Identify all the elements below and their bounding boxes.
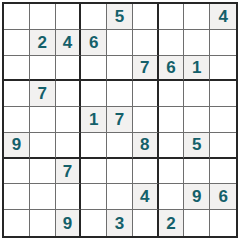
cell-r4c1[interactable] <box>4 81 30 107</box>
cell-r1c4[interactable] <box>81 4 107 30</box>
cell-r9c7[interactable]: 2 <box>159 210 185 236</box>
cell-r7c5[interactable] <box>107 159 133 185</box>
cell-r1c9[interactable]: 4 <box>210 4 236 30</box>
cell-r4c9[interactable] <box>210 81 236 107</box>
cell-r1c7[interactable] <box>159 4 185 30</box>
cell-r9c2[interactable] <box>30 210 56 236</box>
cell-r6c6[interactable]: 8 <box>133 133 159 159</box>
cell-r3c2[interactable] <box>30 56 56 82</box>
cell-r8c4[interactable] <box>81 184 107 210</box>
cell-r9c6[interactable] <box>133 210 159 236</box>
cell-r6c8[interactable]: 5 <box>184 133 210 159</box>
cell-r8c2[interactable] <box>30 184 56 210</box>
cell-r1c8[interactable] <box>184 4 210 30</box>
cell-r3c9[interactable] <box>210 56 236 82</box>
cell-r3c8[interactable]: 1 <box>184 56 210 82</box>
cell-r5c8[interactable] <box>184 107 210 133</box>
cell-r2c8[interactable] <box>184 30 210 56</box>
cell-r3c6[interactable]: 7 <box>133 56 159 82</box>
cell-r5c7[interactable] <box>159 107 185 133</box>
cell-r4c5[interactable] <box>107 81 133 107</box>
cell-r1c6[interactable] <box>133 4 159 30</box>
cell-r6c2[interactable] <box>30 133 56 159</box>
cell-r4c7[interactable] <box>159 81 185 107</box>
cell-r1c3[interactable] <box>56 4 82 30</box>
cell-r8c1[interactable] <box>4 184 30 210</box>
cell-r5c3[interactable] <box>56 107 82 133</box>
cell-r8c7[interactable] <box>159 184 185 210</box>
cell-r1c1[interactable] <box>4 4 30 30</box>
cell-r8c9[interactable]: 6 <box>210 184 236 210</box>
cell-r2c1[interactable] <box>4 30 30 56</box>
cell-r4c4[interactable] <box>81 81 107 107</box>
cell-r9c9[interactable] <box>210 210 236 236</box>
cell-r5c5[interactable]: 7 <box>107 107 133 133</box>
cell-r6c1[interactable]: 9 <box>4 133 30 159</box>
sudoku-board: 542467617179857496932 <box>2 2 238 238</box>
cell-r1c2[interactable] <box>30 4 56 30</box>
cell-r8c6[interactable]: 4 <box>133 184 159 210</box>
cell-r7c7[interactable] <box>159 159 185 185</box>
cell-r7c4[interactable] <box>81 159 107 185</box>
cell-r3c5[interactable] <box>107 56 133 82</box>
cell-r9c8[interactable] <box>184 210 210 236</box>
cell-r9c4[interactable] <box>81 210 107 236</box>
cell-r5c6[interactable] <box>133 107 159 133</box>
sudoku-page: 542467617179857496932 <box>0 0 240 240</box>
cell-r3c1[interactable] <box>4 56 30 82</box>
cell-r5c2[interactable] <box>30 107 56 133</box>
cell-r2c2[interactable]: 2 <box>30 30 56 56</box>
cell-r8c3[interactable] <box>56 184 82 210</box>
cell-r6c9[interactable] <box>210 133 236 159</box>
cell-r5c9[interactable] <box>210 107 236 133</box>
cell-r2c6[interactable] <box>133 30 159 56</box>
cell-r5c1[interactable] <box>4 107 30 133</box>
cell-r5c4[interactable]: 1 <box>81 107 107 133</box>
cell-r7c3[interactable]: 7 <box>56 159 82 185</box>
cell-r7c2[interactable] <box>30 159 56 185</box>
cell-r6c3[interactable] <box>56 133 82 159</box>
cell-r7c8[interactable] <box>184 159 210 185</box>
cell-r2c4[interactable]: 6 <box>81 30 107 56</box>
cell-r3c3[interactable] <box>56 56 82 82</box>
cell-r8c8[interactable]: 9 <box>184 184 210 210</box>
cell-r4c8[interactable] <box>184 81 210 107</box>
cell-r1c5[interactable]: 5 <box>107 4 133 30</box>
cell-r6c5[interactable] <box>107 133 133 159</box>
cell-r9c5[interactable]: 3 <box>107 210 133 236</box>
cell-r2c9[interactable] <box>210 30 236 56</box>
cell-r4c3[interactable] <box>56 81 82 107</box>
cell-r7c6[interactable] <box>133 159 159 185</box>
cell-r3c7[interactable]: 6 <box>159 56 185 82</box>
cell-r2c7[interactable] <box>159 30 185 56</box>
cell-r2c3[interactable]: 4 <box>56 30 82 56</box>
cell-r4c2[interactable]: 7 <box>30 81 56 107</box>
cell-r4c6[interactable] <box>133 81 159 107</box>
cell-r2c5[interactable] <box>107 30 133 56</box>
cell-r9c3[interactable]: 9 <box>56 210 82 236</box>
cell-r7c9[interactable] <box>210 159 236 185</box>
cell-r3c4[interactable] <box>81 56 107 82</box>
cell-r7c1[interactable] <box>4 159 30 185</box>
cell-r8c5[interactable] <box>107 184 133 210</box>
cell-r6c4[interactable] <box>81 133 107 159</box>
cell-r6c7[interactable] <box>159 133 185 159</box>
cell-r9c1[interactable] <box>4 210 30 236</box>
